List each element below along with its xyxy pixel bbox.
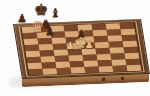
- black-pawn-d6[interactable]: ♟: [45, 26, 55, 37]
- black-pawn-a7[interactable]: ♟: [17, 13, 27, 24]
- pieces-layer: ♟♚♝♞♛♟♟♟♚♟: [0, 0, 150, 96]
- white-pawn-f4[interactable]: ♟: [85, 40, 94, 50]
- white-queen-c6[interactable]: ♛: [31, 20, 44, 35]
- black-king-c8[interactable]: ♚: [34, 2, 48, 18]
- chess-set-photo: ♟♚♝♞♛♟♟♟♚♟: [0, 0, 150, 96]
